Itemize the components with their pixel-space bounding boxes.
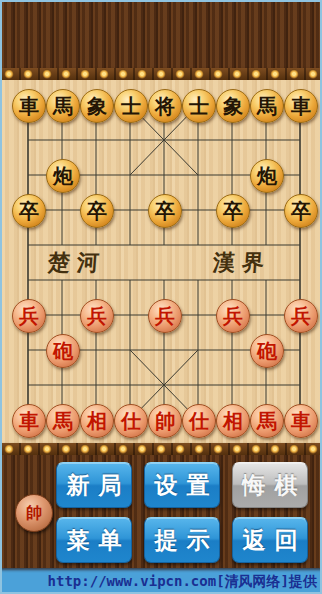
back-button[interactable]: 返回: [232, 517, 308, 563]
river-label-han-jie: 漢界: [212, 248, 272, 278]
piece-red-soldier[interactable]: 兵: [80, 299, 114, 333]
piece-red-soldier[interactable]: 兵: [148, 299, 182, 333]
stud-strip-bottom: [0, 443, 322, 455]
piece-black-soldier[interactable]: 卒: [284, 194, 318, 228]
piece-black-elephant[interactable]: 象: [216, 89, 250, 123]
piece-black-cannon[interactable]: 炮: [46, 159, 80, 193]
piece-red-soldier[interactable]: 兵: [12, 299, 46, 333]
piece-black-elephant[interactable]: 象: [80, 89, 114, 123]
piece-red-horse[interactable]: 馬: [46, 404, 80, 438]
piece-black-soldier[interactable]: 卒: [12, 194, 46, 228]
piece-black-horse[interactable]: 馬: [46, 89, 80, 123]
river-label-chu-he: 楚河: [47, 248, 107, 278]
piece-black-soldier[interactable]: 卒: [216, 194, 250, 228]
piece-red-chariot[interactable]: 車: [12, 404, 46, 438]
piece-black-general[interactable]: 将: [148, 89, 182, 123]
top-wood-panel: [0, 0, 322, 68]
piece-black-chariot[interactable]: 車: [12, 89, 46, 123]
piece-red-soldier[interactable]: 兵: [284, 299, 318, 333]
piece-red-elephant[interactable]: 相: [80, 404, 114, 438]
piece-red-advisor[interactable]: 仕: [114, 404, 148, 438]
piece-black-horse[interactable]: 馬: [250, 89, 284, 123]
undo-button: 悔棋: [232, 462, 308, 508]
piece-red-cannon[interactable]: 砲: [250, 334, 284, 368]
piece-black-chariot[interactable]: 車: [284, 89, 318, 123]
credit-bar: http://www.vipcn.com[清风网络]提供: [0, 568, 322, 594]
piece-red-advisor[interactable]: 仕: [182, 404, 216, 438]
piece-black-soldier[interactable]: 卒: [148, 194, 182, 228]
piece-red-general[interactable]: 帥: [148, 404, 182, 438]
button-grid: 新局设置悔棋菜单提示返回: [56, 462, 308, 563]
piece-black-advisor[interactable]: 士: [182, 89, 216, 123]
settings-button[interactable]: 设置: [144, 462, 220, 508]
piece-black-soldier[interactable]: 卒: [80, 194, 114, 228]
xiangqi-board[interactable]: 楚河 漢界 車馬象士将士象馬車炮炮卒卒卒卒卒兵兵兵兵兵砲砲車馬相仕帥仕相馬車: [0, 80, 322, 443]
piece-red-soldier[interactable]: 兵: [216, 299, 250, 333]
xiangqi-app: 楚河 漢界 車馬象士将士象馬車炮炮卒卒卒卒卒兵兵兵兵兵砲砲車馬相仕帥仕相馬車 帥…: [0, 0, 322, 594]
piece-black-advisor[interactable]: 士: [114, 89, 148, 123]
piece-red-horse[interactable]: 馬: [250, 404, 284, 438]
piece-red-chariot[interactable]: 車: [284, 404, 318, 438]
piece-red-elephant[interactable]: 相: [216, 404, 250, 438]
menu-button[interactable]: 菜单: [56, 517, 132, 563]
piece-red-cannon[interactable]: 砲: [46, 334, 80, 368]
hint-button[interactable]: 提示: [144, 517, 220, 563]
stud-strip-top: [0, 68, 322, 80]
turn-indicator-red-general: 帥: [15, 494, 53, 532]
new-game-button[interactable]: 新局: [56, 462, 132, 508]
piece-black-cannon[interactable]: 炮: [250, 159, 284, 193]
